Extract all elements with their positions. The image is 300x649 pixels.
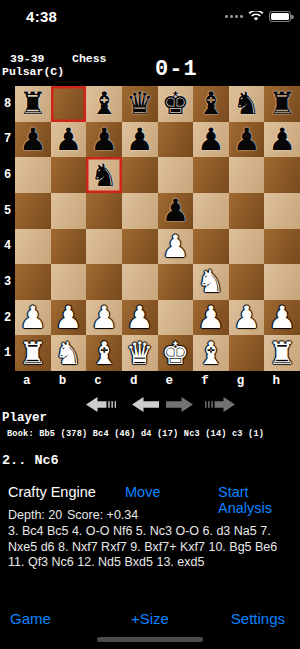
square-g8[interactable]: ♞	[229, 86, 265, 122]
square-f1[interactable]: ♝	[193, 335, 229, 371]
square-h6[interactable]	[264, 157, 300, 193]
rank-label-6: 6	[0, 157, 15, 193]
square-b7[interactable]: ♟	[51, 122, 87, 158]
square-g6[interactable]	[229, 157, 265, 193]
square-f2[interactable]: ♟	[193, 300, 229, 336]
black-bishop-piece: ♝	[90, 86, 118, 121]
square-f3[interactable]: ♞	[193, 264, 229, 300]
square-a6[interactable]	[15, 157, 51, 193]
square-c8[interactable]: ♝	[86, 86, 122, 122]
square-e3[interactable]	[158, 264, 194, 300]
file-label-d: d	[116, 371, 152, 390]
file-label-g: g	[223, 371, 259, 390]
square-a4[interactable]	[15, 229, 51, 265]
square-h7[interactable]: ♟	[264, 122, 300, 158]
square-c4[interactable]	[86, 229, 122, 265]
app-title: Chess	[72, 52, 107, 65]
rank-label-8: 8	[0, 86, 15, 122]
rank-label-7: 7	[0, 122, 15, 158]
square-f7[interactable]: ♟	[193, 122, 229, 158]
white-pawn-piece: ♟	[90, 300, 118, 335]
square-b5[interactable]	[51, 193, 87, 229]
app-screen: 4:38 39-39 Chess Pulsar(C) 0-1 87654321 …	[0, 0, 300, 649]
black-knight-piece: ♞	[90, 158, 118, 193]
white-rook-piece: ♜	[19, 336, 47, 371]
move-button[interactable]: Move	[125, 484, 160, 500]
square-e2[interactable]	[158, 300, 194, 336]
square-d4[interactable]	[122, 229, 158, 265]
square-e6[interactable]	[158, 157, 194, 193]
wifi-icon	[248, 11, 264, 22]
square-h4[interactable]	[264, 229, 300, 265]
square-h1[interactable]: ♜	[264, 335, 300, 371]
rank-labels: 87654321	[0, 86, 15, 371]
player-label: Player	[2, 411, 47, 425]
square-b1[interactable]: ♞	[51, 335, 87, 371]
square-h3[interactable]	[264, 264, 300, 300]
game-clocks: 39-39	[10, 52, 45, 65]
white-bishop-piece: ♝	[90, 336, 118, 371]
square-b4[interactable]	[51, 229, 87, 265]
white-pawn-piece: ♟	[55, 300, 83, 335]
black-pawn-piece: ♟	[126, 122, 154, 157]
square-d5[interactable]	[122, 193, 158, 229]
file-label-f: f	[187, 371, 223, 390]
square-d2[interactable]: ♟	[122, 300, 158, 336]
square-b3[interactable]	[51, 264, 87, 300]
opponent-engine-label: Pulsar(C)	[2, 65, 64, 78]
square-d7[interactable]: ♟	[122, 122, 158, 158]
file-label-e: e	[152, 371, 188, 390]
black-rook-piece: ♜	[19, 86, 47, 121]
square-g5[interactable]	[229, 193, 265, 229]
file-label-b: b	[45, 371, 81, 390]
rank-label-5: 5	[0, 193, 15, 229]
white-pawn-piece: ♟	[233, 300, 261, 335]
black-queen-piece: ♛	[126, 86, 154, 121]
white-knight-piece: ♞	[55, 336, 83, 371]
square-g4[interactable]	[229, 229, 265, 265]
home-indicator[interactable]	[97, 637, 203, 642]
square-g2[interactable]: ♟	[229, 300, 265, 336]
square-d3[interactable]	[122, 264, 158, 300]
engine-name: Crafty Engine	[8, 484, 96, 500]
battery-icon	[269, 11, 291, 22]
square-b6[interactable]	[51, 157, 87, 193]
file-labels: abcdefgh	[15, 371, 300, 390]
square-h2[interactable]: ♟	[264, 300, 300, 336]
square-e5[interactable]: ♟	[158, 193, 194, 229]
square-f4[interactable]	[193, 229, 229, 265]
jump-to-start-button[interactable]	[86, 397, 117, 412]
white-bishop-piece: ♝	[197, 336, 225, 371]
opening-book-moves[interactable]: Book: Bb5 (378) Bc4 (46) d4 (17) Nc3 (14…	[7, 429, 264, 439]
black-pawn-piece: ♟	[268, 122, 296, 157]
white-pawn-piece: ♟	[197, 300, 225, 335]
square-f8[interactable]: ♝	[193, 86, 229, 122]
rank-label-2: 2	[0, 300, 15, 336]
white-queen-piece: ♛	[126, 336, 154, 371]
square-c6[interactable]: ♞	[86, 157, 122, 193]
square-a7[interactable]: ♟	[15, 122, 51, 158]
square-b2[interactable]: ♟	[51, 300, 87, 336]
file-label-c: c	[80, 371, 116, 390]
square-h8[interactable]: ♜	[264, 86, 300, 122]
square-c1[interactable]: ♝	[86, 335, 122, 371]
black-rook-piece: ♜	[268, 86, 296, 121]
settings-button[interactable]: Settings	[231, 610, 285, 627]
square-a5[interactable]	[15, 193, 51, 229]
square-h5[interactable]	[264, 193, 300, 229]
square-f6[interactable]	[193, 157, 229, 193]
engine-analysis-line: 3. Bc4 Bc5 4. O-O Nf6 5. Nc3 O-O 6. d3 N…	[8, 524, 296, 571]
black-pawn-piece: ♟	[197, 122, 225, 157]
step-back-button[interactable]	[132, 397, 163, 412]
square-b8[interactable]	[51, 86, 87, 122]
white-pawn-piece: ♟	[19, 300, 47, 335]
square-a8[interactable]: ♜	[15, 86, 51, 122]
game-result: 0-1	[155, 57, 198, 82]
square-d6[interactable]	[122, 157, 158, 193]
black-pawn-piece: ♟	[55, 122, 83, 157]
black-knight-piece: ♞	[233, 86, 261, 121]
white-pawn-piece: ♟	[268, 300, 296, 335]
square-d1[interactable]: ♛	[122, 335, 158, 371]
square-a2[interactable]: ♟	[15, 300, 51, 336]
engine-score: Score: +0.34	[67, 508, 138, 522]
jump-to-end-button[interactable]	[204, 397, 235, 412]
square-e8[interactable]: ♚	[158, 86, 194, 122]
status-icons	[225, 11, 291, 22]
black-pawn-piece: ♟	[233, 122, 261, 157]
engine-depth: Depth: 20	[8, 508, 62, 522]
black-pawn-piece: ♟	[90, 122, 118, 157]
cellular-signal-icon	[225, 11, 243, 22]
square-c7[interactable]: ♟	[86, 122, 122, 158]
current-move-display: 2.. Nc6	[2, 453, 59, 468]
black-pawn-piece: ♟	[161, 193, 189, 228]
white-knight-piece: ♞	[197, 264, 225, 299]
black-bishop-piece: ♝	[197, 86, 225, 121]
black-pawn-piece: ♟	[19, 122, 47, 157]
rank-label-1: 1	[0, 335, 15, 371]
step-forward-button[interactable]	[162, 397, 193, 412]
white-pawn-piece: ♟	[126, 300, 154, 335]
file-label-h: h	[258, 371, 294, 390]
square-c5[interactable]	[86, 193, 122, 229]
start-analysis-button[interactable]: Start Analysis	[218, 484, 300, 516]
file-label-a: a	[9, 371, 45, 390]
square-c3[interactable]	[86, 264, 122, 300]
chess-board[interactable]: ♜♝♛♚♝♞♜♟♟♟♟♟♟♟♞♟♟♞♟♟♟♟♟♟♟♜♞♝♛♚♝♜	[15, 86, 300, 371]
status-time: 4:38	[26, 8, 57, 25]
square-a3[interactable]	[15, 264, 51, 300]
square-e4[interactable]: ♟	[158, 229, 194, 265]
black-king-piece: ♚	[161, 86, 189, 121]
rank-label-3: 3	[0, 264, 15, 300]
square-g7[interactable]: ♟	[229, 122, 265, 158]
white-pawn-piece: ♟	[161, 229, 189, 264]
white-rook-piece: ♜	[268, 336, 296, 371]
square-g3[interactable]	[229, 264, 265, 300]
square-f5[interactable]	[193, 193, 229, 229]
square-d8[interactable]: ♛	[122, 86, 158, 122]
white-king-piece: ♚	[161, 336, 189, 371]
square-e7[interactable]	[158, 122, 194, 158]
square-e1[interactable]: ♚	[158, 335, 194, 371]
square-g1[interactable]	[229, 335, 265, 371]
square-c2[interactable]: ♟	[86, 300, 122, 336]
rank-label-4: 4	[0, 229, 15, 265]
square-a1[interactable]: ♜	[15, 335, 51, 371]
